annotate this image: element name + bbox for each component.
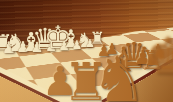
- board-square: [20, 17, 49, 24]
- board-square: [0, 27, 4, 36]
- board-square: [106, 10, 135, 16]
- board-square: [4, 30, 36, 39]
- board-square: [124, 19, 157, 26]
- board-square: [25, 22, 55, 30]
- board-square: [114, 14, 145, 21]
- board-square: [94, 16, 125, 23]
- board-square: [145, 17, 173, 24]
- board-square: [134, 13, 165, 19]
- board-square: [30, 28, 63, 37]
- board-square: [102, 21, 135, 29]
- board-square: [43, 15, 72, 22]
- chess-set-photo: ♜♟♞♟♝♟♛♟♚♟♝♟♞♟♜♟♟♟♝♛♟♜♚♟♜♞: [0, 0, 173, 102]
- board-square: [0, 33, 8, 43]
- board-square: [72, 18, 103, 25]
- board-square: [49, 20, 80, 28]
- board-square: [56, 25, 89, 34]
- board-square: [65, 14, 94, 21]
- board-square: [79, 23, 112, 31]
- board-square: [86, 12, 115, 18]
- board-square: [0, 24, 30, 32]
- board-square: [0, 19, 25, 26]
- board-square: [125, 9, 154, 15]
